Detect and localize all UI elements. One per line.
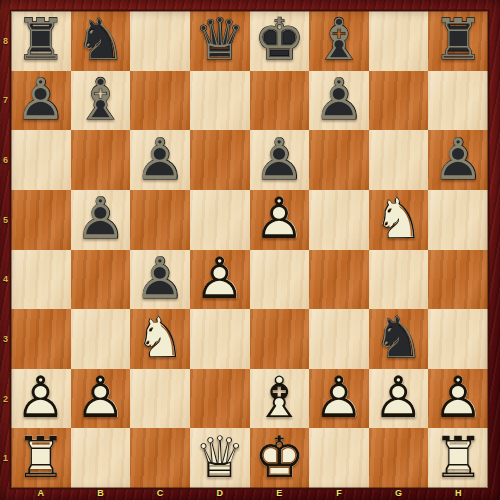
square-e4[interactable] <box>250 250 310 310</box>
square-a7[interactable]: ♟♙ <box>11 71 71 131</box>
square-a8[interactable]: ♜♖ <box>11 11 71 71</box>
piece-glyph-outline: ♙ <box>254 189 305 248</box>
rank-labels: 87654321 <box>0 11 11 488</box>
rank-label-2: 2 <box>0 369 11 429</box>
piece-glyph-outline: ♗ <box>75 70 126 129</box>
square-d2[interactable] <box>190 369 250 429</box>
square-b6[interactable] <box>71 130 131 190</box>
chess-board: ♜♖♞♘♛♕♚♔♝♗♜♖♟♙♝♗♟♙♟♙♟♙♟♙♟♙♟♙♞♘♟♙♟♙♞♘♞♘♟♙… <box>11 11 488 488</box>
piece-white-queen[interactable]: ♛♕ <box>190 428 250 488</box>
square-b7[interactable]: ♝♗ <box>71 71 131 131</box>
piece-glyph-outline: ♙ <box>313 70 364 129</box>
piece-white-king[interactable]: ♚♔ <box>250 428 310 488</box>
file-label-c: C <box>130 488 190 500</box>
piece-white-knight[interactable]: ♞♘ <box>369 190 429 250</box>
piece-black-bishop[interactable]: ♝♗ <box>71 71 131 131</box>
square-a6[interactable] <box>11 130 71 190</box>
rank-label-7: 7 <box>0 71 11 131</box>
piece-glyph-outline: ♙ <box>254 130 305 189</box>
rank-label-5: 5 <box>0 190 11 250</box>
piece-glyph-outline: ♙ <box>433 130 484 189</box>
square-c2[interactable] <box>130 369 190 429</box>
rank-label-8: 8 <box>0 11 11 71</box>
square-h6[interactable]: ♟♙ <box>428 130 488 190</box>
square-e5[interactable]: ♟♙ <box>250 190 310 250</box>
piece-white-pawn[interactable]: ♟♙ <box>190 250 250 310</box>
piece-glyph-outline: ♘ <box>75 10 126 69</box>
piece-glyph-outline: ♙ <box>75 368 126 427</box>
square-d4[interactable]: ♟♙ <box>190 250 250 310</box>
chess-board-frame: ♜♖♞♘♛♕♚♔♝♗♜♖♟♙♝♗♟♙♟♙♟♙♟♙♟♙♟♙♞♘♟♙♟♙♞♘♞♘♟♙… <box>0 0 500 500</box>
rank-label-3: 3 <box>0 309 11 369</box>
piece-white-pawn[interactable]: ♟♙ <box>428 369 488 429</box>
square-b4[interactable] <box>71 250 131 310</box>
square-f3[interactable] <box>309 309 369 369</box>
square-g5[interactable]: ♞♘ <box>369 190 429 250</box>
square-f8[interactable]: ♝♗ <box>309 11 369 71</box>
piece-black-pawn[interactable]: ♟♙ <box>71 190 131 250</box>
square-h5[interactable] <box>428 190 488 250</box>
square-c4[interactable]: ♟♙ <box>130 250 190 310</box>
piece-black-rook[interactable]: ♜♖ <box>428 11 488 71</box>
square-b2[interactable]: ♟♙ <box>71 369 131 429</box>
square-d7[interactable] <box>190 71 250 131</box>
square-f2[interactable]: ♟♙ <box>309 369 369 429</box>
file-label-a: A <box>11 488 71 500</box>
square-g8[interactable] <box>369 11 429 71</box>
square-e7[interactable] <box>250 71 310 131</box>
square-a3[interactable] <box>11 309 71 369</box>
piece-black-knight[interactable]: ♞♘ <box>369 309 429 369</box>
piece-black-rook[interactable]: ♜♖ <box>11 11 71 71</box>
piece-black-pawn[interactable]: ♟♙ <box>428 130 488 190</box>
square-h1[interactable]: ♜♖ <box>428 428 488 488</box>
square-d5[interactable] <box>190 190 250 250</box>
square-e6[interactable]: ♟♙ <box>250 130 310 190</box>
piece-glyph-outline: ♔ <box>254 428 305 487</box>
square-g4[interactable] <box>369 250 429 310</box>
file-label-e: E <box>250 488 310 500</box>
piece-glyph-outline: ♘ <box>373 308 424 367</box>
square-c1[interactable] <box>130 428 190 488</box>
piece-glyph-outline: ♙ <box>135 130 186 189</box>
rank-label-1: 1 <box>0 428 11 488</box>
square-c8[interactable] <box>130 11 190 71</box>
piece-white-pawn[interactable]: ♟♙ <box>309 369 369 429</box>
piece-white-rook[interactable]: ♜♖ <box>11 428 71 488</box>
piece-black-queen[interactable]: ♛♕ <box>190 11 250 71</box>
square-e1[interactable]: ♚♔ <box>250 428 310 488</box>
piece-black-pawn[interactable]: ♟♙ <box>130 130 190 190</box>
square-c3[interactable]: ♞♘ <box>130 309 190 369</box>
piece-white-pawn[interactable]: ♟♙ <box>71 369 131 429</box>
square-d6[interactable] <box>190 130 250 190</box>
square-e3[interactable] <box>250 309 310 369</box>
square-h2[interactable]: ♟♙ <box>428 369 488 429</box>
square-g3[interactable]: ♞♘ <box>369 309 429 369</box>
piece-white-bishop[interactable]: ♝♗ <box>250 369 310 429</box>
piece-black-bishop[interactable]: ♝♗ <box>309 11 369 71</box>
piece-glyph-outline: ♖ <box>433 10 484 69</box>
square-e8[interactable]: ♚♔ <box>250 11 310 71</box>
piece-glyph-outline: ♙ <box>135 249 186 308</box>
square-g6[interactable] <box>369 130 429 190</box>
file-label-d: D <box>190 488 250 500</box>
piece-glyph-outline: ♙ <box>15 368 66 427</box>
square-g2[interactable]: ♟♙ <box>369 369 429 429</box>
square-c5[interactable] <box>130 190 190 250</box>
piece-glyph-outline: ♙ <box>15 70 66 129</box>
piece-glyph-outline: ♗ <box>254 368 305 427</box>
square-a2[interactable]: ♟♙ <box>11 369 71 429</box>
square-e2[interactable]: ♝♗ <box>250 369 310 429</box>
piece-glyph-outline: ♕ <box>194 428 245 487</box>
piece-glyph-outline: ♖ <box>15 428 66 487</box>
square-f4[interactable] <box>309 250 369 310</box>
square-d3[interactable] <box>190 309 250 369</box>
square-h7[interactable] <box>428 71 488 131</box>
file-label-h: H <box>428 488 488 500</box>
square-g1[interactable] <box>369 428 429 488</box>
square-h3[interactable] <box>428 309 488 369</box>
square-f7[interactable]: ♟♙ <box>309 71 369 131</box>
square-f6[interactable] <box>309 130 369 190</box>
file-label-b: B <box>71 488 131 500</box>
square-c6[interactable]: ♟♙ <box>130 130 190 190</box>
piece-glyph-outline: ♘ <box>373 189 424 248</box>
piece-glyph-outline: ♗ <box>313 10 364 69</box>
rank-label-4: 4 <box>0 250 11 310</box>
piece-glyph-outline: ♙ <box>313 368 364 427</box>
square-a1[interactable]: ♜♖ <box>11 428 71 488</box>
square-h8[interactable]: ♜♖ <box>428 11 488 71</box>
square-c7[interactable] <box>130 71 190 131</box>
file-label-f: F <box>309 488 369 500</box>
piece-glyph-outline: ♙ <box>75 189 126 248</box>
square-d8[interactable]: ♛♕ <box>190 11 250 71</box>
square-b3[interactable] <box>71 309 131 369</box>
rank-label-6: 6 <box>0 130 11 190</box>
square-b1[interactable] <box>71 428 131 488</box>
square-b5[interactable]: ♟♙ <box>71 190 131 250</box>
square-a5[interactable] <box>11 190 71 250</box>
square-f5[interactable] <box>309 190 369 250</box>
piece-black-pawn[interactable]: ♟♙ <box>250 130 310 190</box>
piece-glyph-outline: ♔ <box>254 10 305 69</box>
piece-glyph-outline: ♙ <box>194 249 245 308</box>
square-h4[interactable] <box>428 250 488 310</box>
piece-glyph-outline: ♖ <box>15 10 66 69</box>
piece-white-knight[interactable]: ♞♘ <box>130 309 190 369</box>
piece-glyph-outline: ♘ <box>135 308 186 367</box>
square-g7[interactable] <box>369 71 429 131</box>
piece-black-king[interactable]: ♚♔ <box>250 11 310 71</box>
piece-black-pawn[interactable]: ♟♙ <box>11 71 71 131</box>
square-b8[interactable]: ♞♘ <box>71 11 131 71</box>
piece-white-rook[interactable]: ♜♖ <box>428 428 488 488</box>
piece-black-knight[interactable]: ♞♘ <box>71 11 131 71</box>
piece-black-pawn[interactable]: ♟♙ <box>130 250 190 310</box>
piece-glyph-outline: ♕ <box>194 10 245 69</box>
square-f1[interactable] <box>309 428 369 488</box>
square-a4[interactable] <box>11 250 71 310</box>
piece-white-pawn[interactable]: ♟♙ <box>11 369 71 429</box>
file-labels: ABCDEFGH <box>11 488 488 500</box>
piece-glyph-outline: ♙ <box>373 368 424 427</box>
piece-black-pawn[interactable]: ♟♙ <box>309 71 369 131</box>
piece-white-pawn[interactable]: ♟♙ <box>369 369 429 429</box>
piece-glyph-outline: ♖ <box>433 428 484 487</box>
square-d1[interactable]: ♛♕ <box>190 428 250 488</box>
file-label-g: G <box>369 488 429 500</box>
piece-glyph-outline: ♙ <box>433 368 484 427</box>
piece-white-pawn[interactable]: ♟♙ <box>250 190 310 250</box>
